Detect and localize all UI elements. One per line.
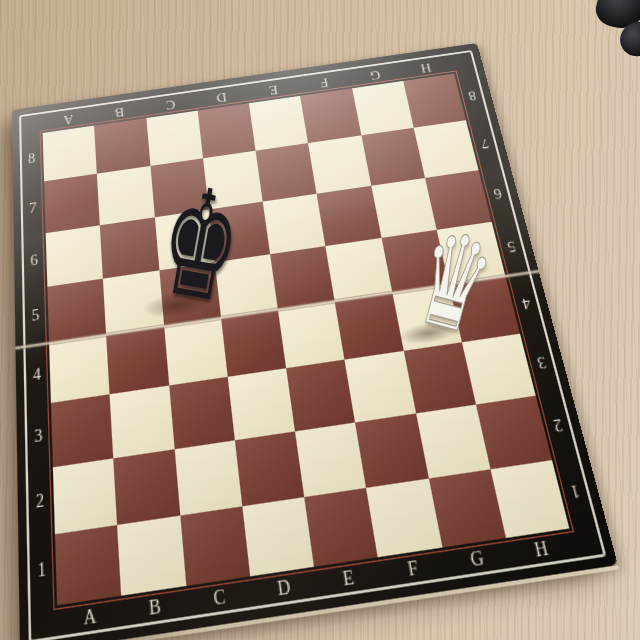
file-label-top-h: H bbox=[420, 60, 433, 74]
square-d1[interactable] bbox=[242, 497, 314, 577]
square-e5[interactable] bbox=[270, 246, 335, 310]
rank-label-left-7: 7 bbox=[29, 201, 37, 216]
file-label-bottom-h: H bbox=[533, 539, 550, 561]
square-a3[interactable] bbox=[51, 395, 114, 467]
file-label-bottom-d: D bbox=[276, 577, 291, 599]
file-label-top-e: E bbox=[268, 82, 278, 96]
square-a7[interactable] bbox=[44, 174, 100, 233]
square-d8[interactable] bbox=[197, 103, 255, 158]
rank-label-left-3: 3 bbox=[34, 427, 43, 446]
rank-label-left-6: 6 bbox=[30, 253, 38, 269]
square-f7[interactable] bbox=[308, 136, 370, 194]
square-h7[interactable] bbox=[413, 120, 478, 177]
file-label-bottom-b: B bbox=[148, 596, 161, 618]
square-d3[interactable] bbox=[227, 369, 294, 440]
rank-label-right-8: 8 bbox=[466, 88, 476, 102]
file-label-top-b: B bbox=[114, 104, 124, 118]
square-e2[interactable] bbox=[295, 422, 366, 497]
rank-label-right-3: 3 bbox=[535, 353, 547, 371]
file-label-bottom-g: G bbox=[469, 548, 486, 570]
file-label-top-c: C bbox=[165, 97, 176, 111]
file-label-top-d: D bbox=[216, 90, 228, 104]
square-b3[interactable] bbox=[110, 386, 174, 458]
square-b7[interactable] bbox=[97, 166, 154, 225]
square-e3[interactable] bbox=[286, 360, 355, 431]
square-a6[interactable] bbox=[46, 225, 103, 287]
file-label-bottom-c: C bbox=[213, 587, 227, 609]
rank-label-right-7: 7 bbox=[479, 136, 490, 150]
file-label-bottom-f: F bbox=[406, 558, 419, 579]
rank-label-right-6: 6 bbox=[492, 186, 503, 201]
playfield bbox=[43, 74, 570, 606]
square-c1[interactable] bbox=[180, 506, 250, 586]
rank-label-right-2: 2 bbox=[551, 416, 564, 435]
rank-label-right-1: 1 bbox=[568, 482, 581, 502]
square-e7[interactable] bbox=[256, 143, 317, 201]
square-c3[interactable] bbox=[169, 377, 235, 449]
square-h8[interactable] bbox=[403, 74, 466, 128]
square-f6[interactable] bbox=[317, 185, 381, 245]
square-e1[interactable] bbox=[304, 488, 378, 567]
rank-label-left-1: 1 bbox=[37, 561, 46, 582]
square-f8[interactable] bbox=[300, 88, 361, 143]
file-label-bottom-e: E bbox=[342, 568, 356, 590]
file-label-top-f: F bbox=[319, 75, 329, 89]
square-b4[interactable] bbox=[106, 326, 168, 394]
square-e6[interactable] bbox=[263, 193, 326, 254]
square-a4[interactable] bbox=[49, 335, 110, 403]
file-label-bottom-a: A bbox=[83, 606, 97, 628]
square-e8[interactable] bbox=[249, 96, 308, 151]
rank-label-left-5: 5 bbox=[31, 308, 39, 325]
square-b8[interactable] bbox=[94, 118, 150, 174]
rank-label-left-8: 8 bbox=[28, 152, 35, 166]
rank-label-right-5: 5 bbox=[505, 239, 517, 255]
square-d2[interactable] bbox=[235, 431, 305, 506]
square-d4[interactable] bbox=[221, 310, 286, 378]
square-b2[interactable] bbox=[113, 449, 179, 525]
square-a1[interactable] bbox=[55, 525, 122, 606]
file-label-top-g: G bbox=[369, 68, 382, 82]
rank-label-right-4: 4 bbox=[520, 294, 532, 311]
square-b1[interactable] bbox=[117, 515, 185, 595]
square-c2[interactable] bbox=[174, 440, 242, 516]
square-e4[interactable] bbox=[278, 301, 345, 368]
rank-label-left-4: 4 bbox=[33, 366, 41, 384]
file-label-top-a: A bbox=[63, 112, 74, 126]
rank-label-left-2: 2 bbox=[36, 492, 45, 512]
square-b6[interactable] bbox=[100, 217, 159, 278]
square-h2[interactable] bbox=[476, 395, 552, 469]
square-a8[interactable] bbox=[43, 126, 97, 182]
square-a5[interactable] bbox=[47, 278, 106, 343]
square-a2[interactable] bbox=[53, 458, 118, 534]
